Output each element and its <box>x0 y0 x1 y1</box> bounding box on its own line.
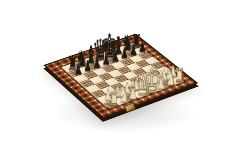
piece-black-pawn: ♟ <box>111 49 119 64</box>
piece-black-pawn: ♟ <box>83 59 91 74</box>
product-photo-stage: ♜♞♝♛♚♝♞♜♟♟♟♟♟♟♟♟♟♟♟♟♟♟♟♟♜♞♝♛♚♝♞♜ <box>0 0 240 150</box>
piece-black-pawn: ♟ <box>129 43 137 58</box>
chess-board: ♜♞♝♛♚♝♞♜♟♟♟♟♟♟♟♟♟♟♟♟♟♟♟♟♜♞♝♛♚♝♞♜ <box>43 34 198 119</box>
piece-black-pawn: ♟ <box>138 40 146 55</box>
piece-black-pawn: ♟ <box>120 46 128 61</box>
board-ornate-border: ♜♞♝♛♚♝♞♜♟♟♟♟♟♟♟♟♟♟♟♟♟♟♟♟♜♞♝♛♚♝♞♜ <box>46 35 195 117</box>
piece-black-pawn: ♟ <box>92 56 100 71</box>
board-scene: ♜♞♝♛♚♝♞♜♟♟♟♟♟♟♟♟♟♟♟♟♟♟♟♟♜♞♝♛♚♝♞♜ <box>0 0 240 150</box>
square-a1: ♜ <box>103 100 119 109</box>
square-c5 <box>98 73 113 81</box>
board-inner-frame: ♜♞♝♛♚♝♞♜♟♟♟♟♟♟♟♟♟♟♟♟♟♟♟♟♜♞♝♛♚♝♞♜ <box>60 42 182 109</box>
board-grid: ♜♞♝♛♚♝♞♜♟♟♟♟♟♟♟♟♟♟♟♟♟♟♟♟♜♞♝♛♚♝♞♜ <box>62 42 184 109</box>
piece-black-pawn: ♟ <box>74 62 82 77</box>
piece-black-pawn: ♟ <box>101 53 109 68</box>
piece-white-rook: ♜ <box>108 90 119 110</box>
